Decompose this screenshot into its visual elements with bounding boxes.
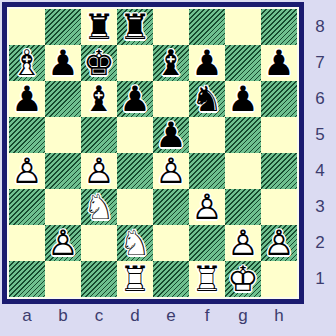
white-knight-halo: ♞ <box>117 225 153 261</box>
file-label-e: e <box>153 301 189 331</box>
rank-label-6: 6 <box>306 81 334 117</box>
white-knight-glyph: ♘ <box>117 225 153 261</box>
piece-black-bishop-c6[interactable]: ♝♝ <box>81 81 117 117</box>
black-rook-halo: ♜ <box>81 9 117 45</box>
file-label-c: c <box>81 301 117 331</box>
piece-white-rook-d1[interactable]: ♜♖ <box>117 261 153 297</box>
board-frame: ♜♜♜♜♝♗♟♟♚♚♝♝♟♟♟♟♟♟♝♝♟♟♞♞♟♟♟♟♟♙♟♙♟♙♞♘♟♙♟♙… <box>2 2 304 304</box>
square-h2[interactable]: ♟♙ <box>261 225 297 261</box>
square-e7[interactable]: ♝♝ <box>153 45 189 81</box>
white-rook-glyph: ♖ <box>117 261 153 297</box>
chess-diagram: ♜♜♜♜♝♗♟♟♚♚♝♝♟♟♟♟♟♟♝♝♟♟♞♞♟♟♟♟♟♙♟♙♟♙♞♘♟♙♟♙… <box>0 0 336 336</box>
square-h3[interactable] <box>261 189 297 225</box>
rank-label-1: 1 <box>306 261 334 297</box>
rank-label-4: 4 <box>306 153 334 189</box>
piece-white-pawn-f3[interactable]: ♟♙ <box>189 189 225 225</box>
square-c4[interactable]: ♟♙ <box>81 153 117 189</box>
piece-white-pawn-h2[interactable]: ♟♙ <box>261 225 297 261</box>
square-f6[interactable]: ♞♞ <box>189 81 225 117</box>
square-h6[interactable] <box>261 81 297 117</box>
square-e3[interactable] <box>153 189 189 225</box>
square-h4[interactable] <box>261 153 297 189</box>
piece-black-pawn-h7[interactable]: ♟♟ <box>261 45 297 81</box>
white-pawn-halo: ♟ <box>9 153 45 189</box>
square-f8[interactable] <box>189 9 225 45</box>
square-b5[interactable] <box>45 117 81 153</box>
square-d2[interactable]: ♞♘ <box>117 225 153 261</box>
square-c2[interactable] <box>81 225 117 261</box>
square-f2[interactable] <box>189 225 225 261</box>
square-f5[interactable] <box>189 117 225 153</box>
square-g7[interactable] <box>225 45 261 81</box>
file-label-a: a <box>9 301 45 331</box>
piece-white-pawn-c4[interactable]: ♟♙ <box>81 153 117 189</box>
file-label-d: d <box>117 301 153 331</box>
black-rook-glyph: ♜ <box>81 9 117 45</box>
file-label-g: g <box>225 301 261 331</box>
rank-label-7: 7 <box>306 45 334 81</box>
square-e6[interactable] <box>153 81 189 117</box>
square-b6[interactable] <box>45 81 81 117</box>
piece-black-pawn-e5[interactable]: ♟♟ <box>153 117 189 153</box>
black-pawn-halo: ♟ <box>189 45 225 81</box>
file-label-b: b <box>45 301 81 331</box>
piece-white-knight-d2[interactable]: ♞♘ <box>117 225 153 261</box>
black-king-glyph: ♚ <box>81 45 117 81</box>
file-labels: abcdefgh <box>9 301 297 331</box>
black-pawn-halo: ♟ <box>225 81 261 117</box>
chess-board: ♜♜♜♜♝♗♟♟♚♚♝♝♟♟♟♟♟♟♝♝♟♟♞♞♟♟♟♟♟♙♟♙♟♙♞♘♟♙♟♙… <box>9 9 297 297</box>
square-b3[interactable] <box>45 189 81 225</box>
square-d8[interactable]: ♜♜ <box>117 9 153 45</box>
square-b2[interactable]: ♟♙ <box>45 225 81 261</box>
white-pawn-glyph: ♙ <box>153 153 189 189</box>
piece-black-king-c7[interactable]: ♚♚ <box>81 45 117 81</box>
piece-white-bishop-a7[interactable]: ♝♗ <box>9 45 45 81</box>
square-h7[interactable]: ♟♟ <box>261 45 297 81</box>
square-d7[interactable] <box>117 45 153 81</box>
white-bishop-glyph: ♗ <box>9 45 45 81</box>
square-b1[interactable] <box>45 261 81 297</box>
piece-black-pawn-b7[interactable]: ♟♟ <box>45 45 81 81</box>
white-rook-halo: ♜ <box>117 261 153 297</box>
black-bishop-glyph: ♝ <box>153 45 189 81</box>
white-pawn-glyph: ♙ <box>225 225 261 261</box>
black-pawn-glyph: ♟ <box>261 45 297 81</box>
piece-black-pawn-g6[interactable]: ♟♟ <box>225 81 261 117</box>
square-e2[interactable] <box>153 225 189 261</box>
square-c7[interactable]: ♚♚ <box>81 45 117 81</box>
piece-black-pawn-f7[interactable]: ♟♟ <box>189 45 225 81</box>
piece-black-pawn-a6[interactable]: ♟♟ <box>9 81 45 117</box>
square-c6[interactable]: ♝♝ <box>81 81 117 117</box>
square-c1[interactable] <box>81 261 117 297</box>
black-pawn-halo: ♟ <box>261 45 297 81</box>
black-pawn-halo: ♟ <box>117 81 153 117</box>
white-knight-glyph: ♘ <box>81 189 117 225</box>
square-d1[interactable]: ♜♖ <box>117 261 153 297</box>
square-h1[interactable] <box>261 261 297 297</box>
piece-white-rook-f1[interactable]: ♜♖ <box>189 261 225 297</box>
square-d5[interactable] <box>117 117 153 153</box>
black-bishop-glyph: ♝ <box>81 81 117 117</box>
black-pawn-glyph: ♟ <box>153 117 189 153</box>
black-pawn-glyph: ♟ <box>45 45 81 81</box>
square-g5[interactable] <box>225 117 261 153</box>
square-a3[interactable] <box>9 189 45 225</box>
white-pawn-halo: ♟ <box>45 225 81 261</box>
piece-white-king-g1[interactable]: ♚♔ <box>225 261 261 297</box>
square-f7[interactable]: ♟♟ <box>189 45 225 81</box>
square-g3[interactable] <box>225 189 261 225</box>
square-c8[interactable]: ♜♜ <box>81 9 117 45</box>
square-f3[interactable]: ♟♙ <box>189 189 225 225</box>
square-a5[interactable] <box>9 117 45 153</box>
white-pawn-halo: ♟ <box>189 189 225 225</box>
black-pawn-halo: ♟ <box>45 45 81 81</box>
white-pawn-halo: ♟ <box>81 153 117 189</box>
square-g2[interactable]: ♟♙ <box>225 225 261 261</box>
square-a7[interactable]: ♝♗ <box>9 45 45 81</box>
white-pawn-glyph: ♙ <box>45 225 81 261</box>
black-pawn-glyph: ♟ <box>225 81 261 117</box>
white-pawn-glyph: ♙ <box>189 189 225 225</box>
black-knight-glyph: ♞ <box>189 81 225 117</box>
white-pawn-glyph: ♙ <box>9 153 45 189</box>
square-g4[interactable] <box>225 153 261 189</box>
square-a1[interactable] <box>9 261 45 297</box>
black-king-halo: ♚ <box>81 45 117 81</box>
square-e5[interactable]: ♟♟ <box>153 117 189 153</box>
square-a8[interactable] <box>9 9 45 45</box>
black-pawn-glyph: ♟ <box>9 81 45 117</box>
file-label-h: h <box>261 301 297 331</box>
square-h8[interactable] <box>261 9 297 45</box>
black-bishop-halo: ♝ <box>81 81 117 117</box>
black-rook-glyph: ♜ <box>117 9 153 45</box>
square-g8[interactable] <box>225 9 261 45</box>
black-pawn-glyph: ♟ <box>189 45 225 81</box>
square-a2[interactable] <box>9 225 45 261</box>
square-a6[interactable]: ♟♟ <box>9 81 45 117</box>
piece-white-pawn-a4[interactable]: ♟♙ <box>9 153 45 189</box>
piece-white-pawn-g2[interactable]: ♟♙ <box>225 225 261 261</box>
piece-white-pawn-b2[interactable]: ♟♙ <box>45 225 81 261</box>
rank-labels: 87654321 <box>306 9 334 297</box>
rank-label-5: 5 <box>306 117 334 153</box>
black-bishop-halo: ♝ <box>153 45 189 81</box>
white-rook-halo: ♜ <box>189 261 225 297</box>
square-e1[interactable] <box>153 261 189 297</box>
piece-white-pawn-e4[interactable]: ♟♙ <box>153 153 189 189</box>
rank-label-2: 2 <box>306 225 334 261</box>
black-rook-halo: ♜ <box>117 9 153 45</box>
black-pawn-glyph: ♟ <box>117 81 153 117</box>
square-c5[interactable] <box>81 117 117 153</box>
white-bishop-halo: ♝ <box>9 45 45 81</box>
square-e8[interactable] <box>153 9 189 45</box>
black-pawn-halo: ♟ <box>153 117 189 153</box>
file-label-f: f <box>189 301 225 331</box>
square-b4[interactable] <box>45 153 81 189</box>
square-f4[interactable] <box>189 153 225 189</box>
black-knight-halo: ♞ <box>189 81 225 117</box>
square-g6[interactable]: ♟♟ <box>225 81 261 117</box>
square-e4[interactable]: ♟♙ <box>153 153 189 189</box>
white-pawn-glyph: ♙ <box>81 153 117 189</box>
white-pawn-halo: ♟ <box>153 153 189 189</box>
piece-white-knight-c3[interactable]: ♞♘ <box>81 189 117 225</box>
white-pawn-halo: ♟ <box>225 225 261 261</box>
black-pawn-halo: ♟ <box>9 81 45 117</box>
piece-black-knight-f6[interactable]: ♞♞ <box>189 81 225 117</box>
square-d3[interactable] <box>117 189 153 225</box>
piece-black-pawn-d6[interactable]: ♟♟ <box>117 81 153 117</box>
white-knight-halo: ♞ <box>81 189 117 225</box>
white-rook-glyph: ♖ <box>189 261 225 297</box>
square-b8[interactable] <box>45 9 81 45</box>
square-g1[interactable]: ♚♔ <box>225 261 261 297</box>
piece-black-bishop-e7[interactable]: ♝♝ <box>153 45 189 81</box>
square-d6[interactable]: ♟♟ <box>117 81 153 117</box>
square-c3[interactable]: ♞♘ <box>81 189 117 225</box>
square-f1[interactable]: ♜♖ <box>189 261 225 297</box>
piece-black-rook-d8[interactable]: ♜♜ <box>117 9 153 45</box>
piece-black-rook-c8[interactable]: ♜♜ <box>81 9 117 45</box>
white-king-glyph: ♔ <box>225 261 261 297</box>
white-pawn-glyph: ♙ <box>261 225 297 261</box>
rank-label-3: 3 <box>306 189 334 225</box>
square-a4[interactable]: ♟♙ <box>9 153 45 189</box>
square-h5[interactable] <box>261 117 297 153</box>
square-d4[interactable] <box>117 153 153 189</box>
rank-label-8: 8 <box>306 9 334 45</box>
white-pawn-halo: ♟ <box>261 225 297 261</box>
square-b7[interactable]: ♟♟ <box>45 45 81 81</box>
white-king-halo: ♚ <box>225 261 261 297</box>
